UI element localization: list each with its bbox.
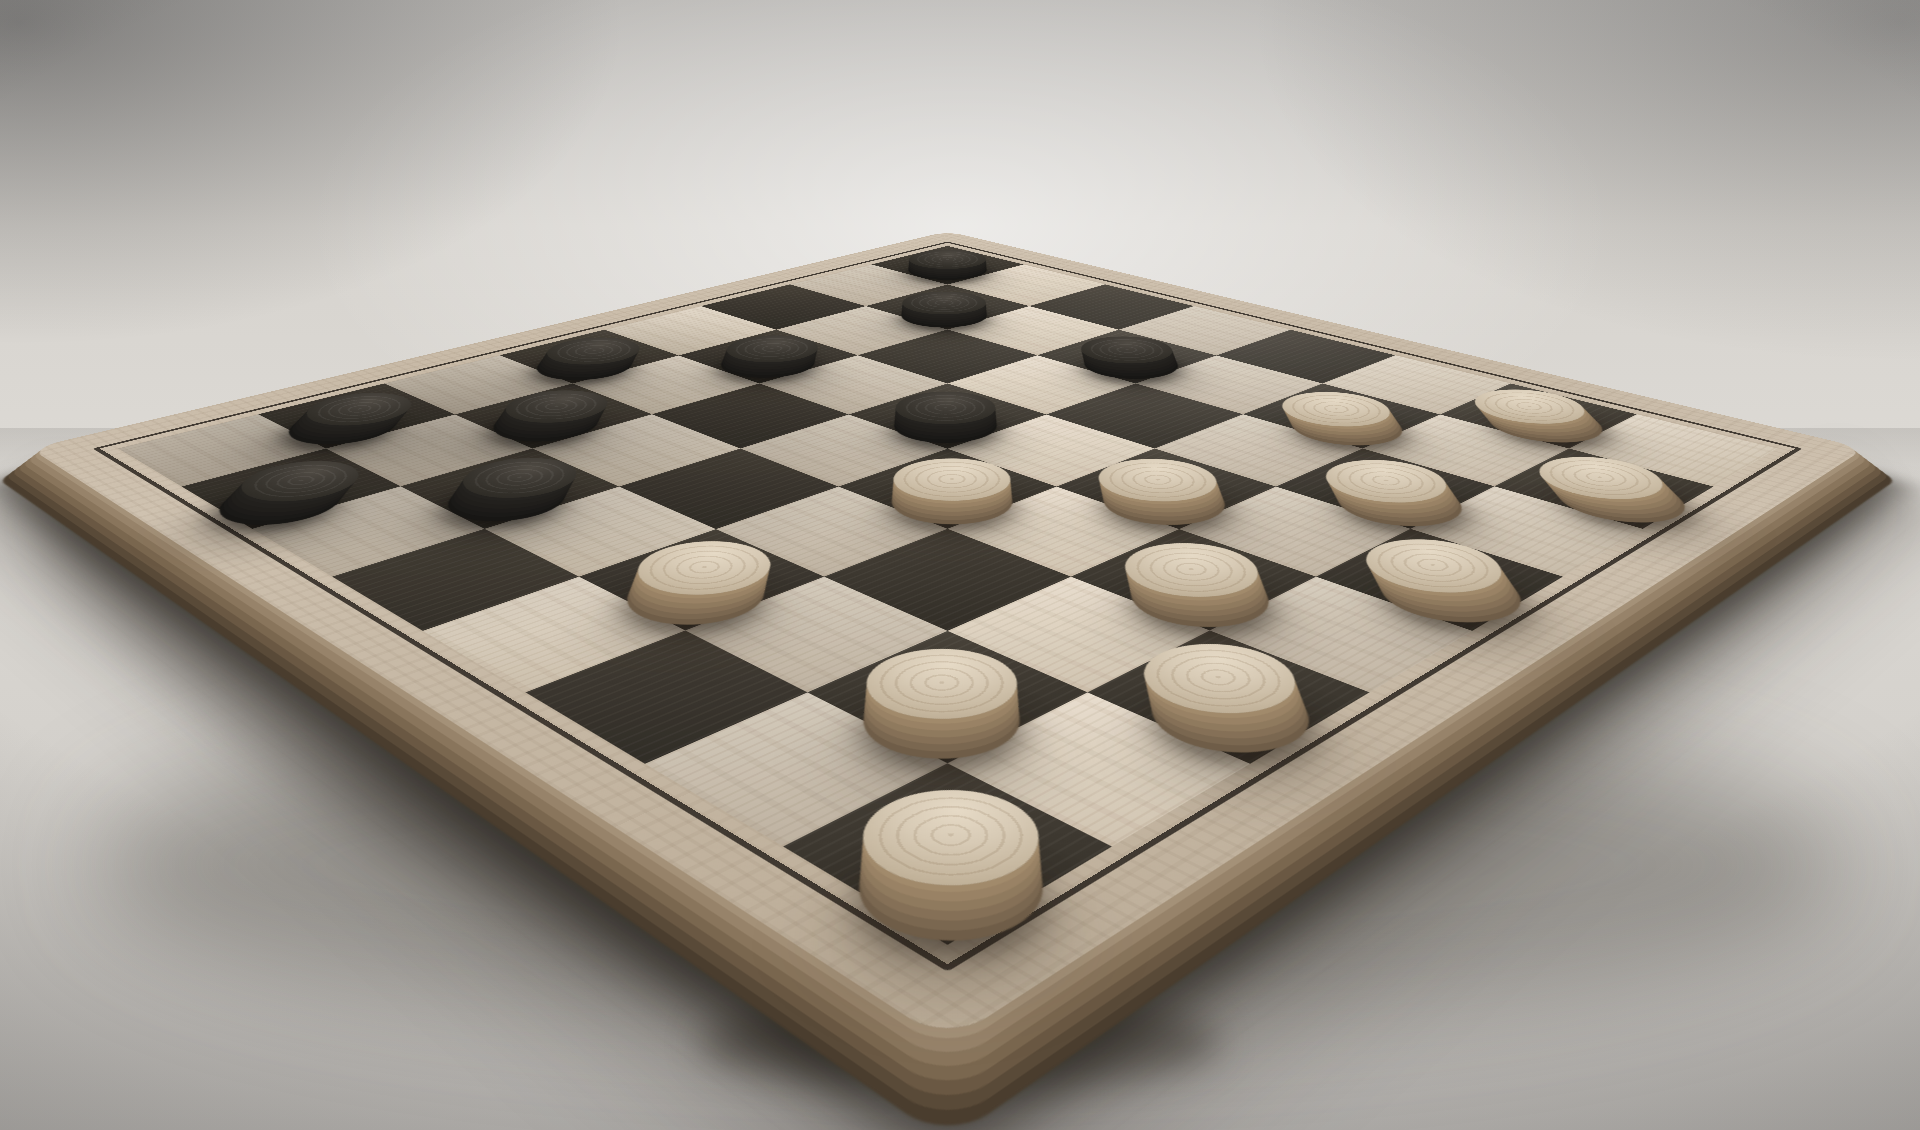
photo-stage: ⛂⛀⛂⛂⛀⛀⛀⛂⛂⛀⛀⛂⛀⛀⛂⛀⛂⛂⛀⛀⛂⛀: [0, 0, 1920, 1130]
